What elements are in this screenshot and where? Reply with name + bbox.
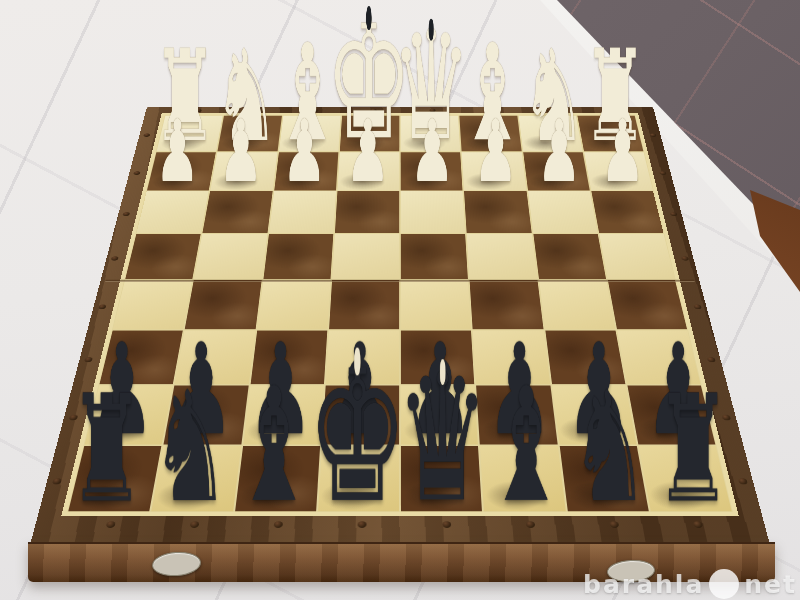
piece-black-knight-b8: ♞: [570, 371, 649, 524]
square-d2: ♟: [401, 152, 463, 190]
square-d3: [401, 191, 466, 232]
watermark-text-right: net: [744, 570, 797, 599]
piece-white-pawn-d2: ♟: [410, 108, 455, 194]
piece-black-bishop-f8: ♝: [233, 367, 315, 525]
piece-white-pawn-e2: ♟: [346, 108, 391, 194]
watermark-dot-icon: [709, 569, 739, 599]
square-a3: [591, 191, 663, 232]
square-a4: [599, 234, 675, 279]
piece-black-rook-a8: ♜: [655, 375, 732, 523]
square-e4: [332, 234, 399, 279]
frame-pin-icon: [111, 256, 119, 260]
frame-pin-icon: [122, 212, 130, 216]
playing-area: ♜♞♝♚♛♝♞♜♟♟♟♟♟♟♟♟♟♟♟♟♟♟♟♟♜♞♝♚♛♝♞♜: [61, 113, 739, 516]
frame-pin-icon: [738, 478, 748, 484]
frame-pin-icon: [670, 212, 678, 216]
watermark: barahla net: [583, 569, 797, 599]
piece-black-queen-d8: ♛: [396, 349, 488, 527]
square-c3: [464, 191, 531, 232]
square-f4: [263, 234, 333, 279]
square-b3: [528, 191, 598, 232]
square-h3: [137, 191, 209, 232]
square-g3: [203, 191, 273, 232]
frame-pin-icon: [659, 171, 667, 175]
square-d4: [401, 234, 468, 279]
watermark-text-left: barahla: [583, 570, 704, 599]
square-h4: [125, 234, 201, 279]
piece-white-pawn-b2: ♟: [537, 108, 582, 194]
piece-white-pawn-a2: ♟: [601, 108, 646, 194]
square-e2: ♟: [337, 152, 399, 190]
frame-pin-icon: [52, 478, 62, 484]
square-d8: ♛: [401, 446, 482, 511]
square-b4: [533, 234, 606, 279]
square-c4: [467, 234, 537, 279]
board-fold-line: [105, 280, 695, 282]
frame-pin-icon: [133, 171, 141, 175]
frame-pin-icon: [143, 133, 150, 136]
square-g8: ♞: [151, 446, 240, 511]
piece-white-pawn-f2: ♟: [282, 108, 327, 194]
square-h8: ♜: [68, 446, 161, 511]
photo-stage: ♜♞♝♚♛♝♞♜♟♟♟♟♟♟♟♟♟♟♟♟♟♟♟♟♜♞♝♚♛♝♞♜ barahla…: [0, 0, 800, 600]
piece-white-pawn-g2: ♟: [218, 108, 263, 194]
frame-pin-icon: [693, 304, 702, 309]
piece-white-pawn-c2: ♟: [473, 108, 518, 194]
piece-black-bishop-c8: ♝: [485, 367, 567, 525]
frame-pin-icon: [650, 133, 657, 136]
square-e3: [335, 191, 400, 232]
piece-white-pawn-h2: ♟: [155, 108, 200, 194]
square-a8: ♜: [638, 446, 731, 511]
piece-black-knight-g8: ♞: [151, 371, 230, 524]
square-e8: ♚: [318, 446, 399, 511]
square-c8: ♝: [480, 446, 565, 511]
frame-pin-icon: [681, 256, 689, 260]
piece-black-rook-h8: ♜: [68, 375, 145, 523]
chess-board: ♜♞♝♚♛♝♞♜♟♟♟♟♟♟♟♟♟♟♟♟♟♟♟♟♜♞♝♚♛♝♞♜: [30, 107, 770, 545]
frame-pin-icon: [98, 304, 107, 309]
square-b8: ♞: [559, 446, 648, 511]
square-g4: [194, 234, 267, 279]
piece-black-king-e8: ♚: [308, 336, 408, 529]
square-f3: [269, 191, 336, 232]
